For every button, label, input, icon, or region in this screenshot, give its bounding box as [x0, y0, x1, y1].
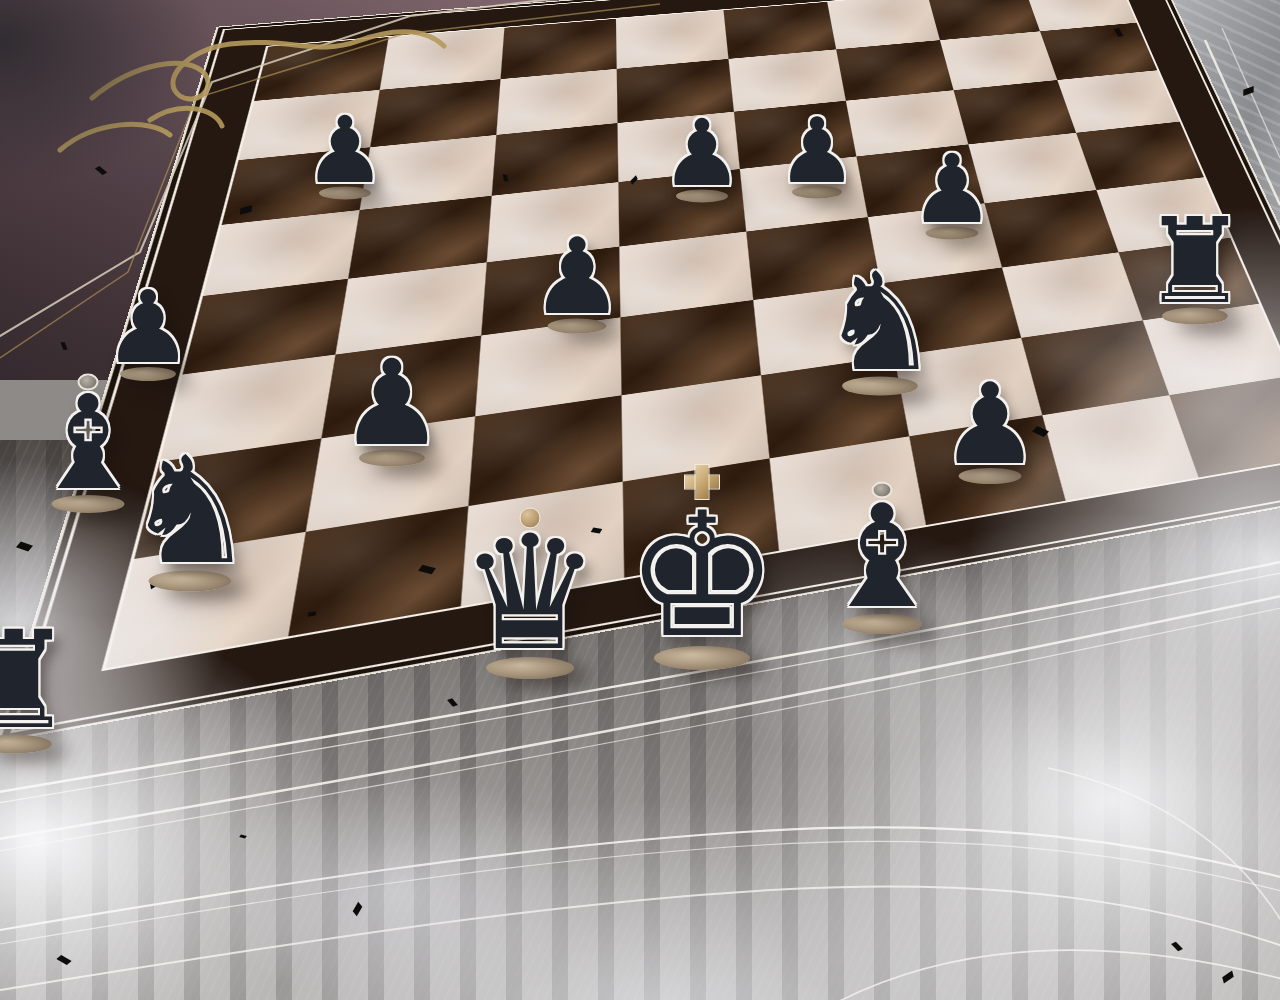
knight-glyph: ♞ [124, 437, 257, 585]
pawn-glyph: ♟ [530, 225, 624, 330]
pawn-glyph: ♟ [777, 106, 858, 196]
knight-glyph: ♞ [819, 255, 940, 390]
king-glyph: ♚ [625, 490, 779, 662]
silver-ring-finial [78, 374, 99, 391]
rook-glyph: ♜ [0, 613, 75, 748]
pawn-glyph: ♟ [661, 108, 743, 200]
pawn-glyph: ♟ [339, 344, 445, 462]
pawn-glyph: ♟ [940, 368, 1040, 480]
comic-panel: ♟♟♟♟♟♟♜♞♟♟♝♞♝♛♚♜ [0, 0, 1280, 1000]
silver-ring-finial [872, 482, 893, 499]
pawn-glyph: ♟ [909, 142, 994, 237]
pawn-glyph: ♟ [103, 278, 193, 378]
bishop-glyph: ♝ [818, 486, 945, 628]
pawn-glyph: ♟ [304, 105, 386, 197]
cross-bar [695, 464, 710, 500]
rook-glyph: ♜ [1142, 202, 1248, 320]
gold-ball-finial [520, 508, 541, 529]
queen-glyph: ♛ [459, 514, 601, 672]
